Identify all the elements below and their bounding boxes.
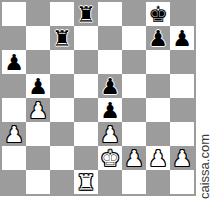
square-a4 bbox=[2, 98, 26, 122]
square-c2 bbox=[50, 146, 74, 170]
white-rook-d1: ♜ bbox=[74, 171, 98, 195]
square-e4: ♟ bbox=[98, 98, 122, 122]
square-c6 bbox=[50, 50, 74, 74]
white-pawn-g2: ♟ bbox=[146, 147, 170, 171]
black-pawn-a6: ♟ bbox=[2, 51, 26, 75]
square-d3 bbox=[74, 122, 98, 146]
white-pawn-b4: ♟ bbox=[26, 99, 50, 123]
square-b1 bbox=[26, 170, 50, 194]
square-g1 bbox=[146, 170, 170, 194]
square-c3 bbox=[50, 122, 74, 146]
square-g8: ♚ bbox=[146, 2, 170, 26]
square-d4 bbox=[74, 98, 98, 122]
square-h1 bbox=[170, 170, 194, 194]
square-f2: ♟ bbox=[122, 146, 146, 170]
square-e6 bbox=[98, 50, 122, 74]
square-a1 bbox=[2, 170, 26, 194]
square-a8 bbox=[2, 2, 26, 26]
square-c8 bbox=[50, 2, 74, 26]
black-pawn-b5: ♟ bbox=[26, 75, 50, 99]
white-pawn-h2: ♟ bbox=[170, 147, 194, 171]
square-h2: ♟ bbox=[170, 146, 194, 170]
white-pawn-a3: ♟ bbox=[2, 123, 26, 147]
square-g7: ♟ bbox=[146, 26, 170, 50]
square-f4 bbox=[122, 98, 146, 122]
square-g2: ♟ bbox=[146, 146, 170, 170]
square-f3 bbox=[122, 122, 146, 146]
square-h6 bbox=[170, 50, 194, 74]
square-d2 bbox=[74, 146, 98, 170]
black-rook-c7: ♜ bbox=[50, 27, 74, 51]
square-f5 bbox=[122, 74, 146, 98]
square-c4 bbox=[50, 98, 74, 122]
square-f6 bbox=[122, 50, 146, 74]
square-h4 bbox=[170, 98, 194, 122]
square-g6 bbox=[146, 50, 170, 74]
square-e2: ♚ bbox=[98, 146, 122, 170]
square-d6 bbox=[74, 50, 98, 74]
square-e7 bbox=[98, 26, 122, 50]
square-g3 bbox=[146, 122, 170, 146]
square-h3 bbox=[170, 122, 194, 146]
square-a5 bbox=[2, 74, 26, 98]
square-c5 bbox=[50, 74, 74, 98]
square-f8 bbox=[122, 2, 146, 26]
square-b8 bbox=[26, 2, 50, 26]
square-b2 bbox=[26, 146, 50, 170]
chess-diagram: ♜♚♜♟♟♟♟♟♟♟♟♟♚♟♟♟♜ caissa.com bbox=[0, 0, 212, 200]
white-king-e2: ♚ bbox=[98, 147, 122, 171]
square-h8 bbox=[170, 2, 194, 26]
black-pawn-h7: ♟ bbox=[170, 27, 194, 51]
square-b6 bbox=[26, 50, 50, 74]
square-e3: ♟ bbox=[98, 122, 122, 146]
black-rook-d8: ♜ bbox=[74, 3, 98, 27]
square-a2 bbox=[2, 146, 26, 170]
chess-board: ♜♚♜♟♟♟♟♟♟♟♟♟♚♟♟♟♜ bbox=[0, 0, 196, 196]
square-b3 bbox=[26, 122, 50, 146]
square-a6: ♟ bbox=[2, 50, 26, 74]
black-pawn-g7: ♟ bbox=[146, 27, 170, 51]
watermark-caissa: caissa.com bbox=[197, 89, 212, 199]
square-c7: ♜ bbox=[50, 26, 74, 50]
black-pawn-e5: ♟ bbox=[98, 75, 122, 99]
square-d5 bbox=[74, 74, 98, 98]
square-b4: ♟ bbox=[26, 98, 50, 122]
square-e8 bbox=[98, 2, 122, 26]
square-g5 bbox=[146, 74, 170, 98]
square-f1 bbox=[122, 170, 146, 194]
square-h5 bbox=[170, 74, 194, 98]
square-d8: ♜ bbox=[74, 2, 98, 26]
square-a7 bbox=[2, 26, 26, 50]
square-f7 bbox=[122, 26, 146, 50]
square-a3: ♟ bbox=[2, 122, 26, 146]
square-d1: ♜ bbox=[74, 170, 98, 194]
white-pawn-f2: ♟ bbox=[122, 147, 146, 171]
square-e5: ♟ bbox=[98, 74, 122, 98]
black-pawn-e4: ♟ bbox=[98, 99, 122, 123]
square-c1 bbox=[50, 170, 74, 194]
square-h7: ♟ bbox=[170, 26, 194, 50]
square-b5: ♟ bbox=[26, 74, 50, 98]
square-g4 bbox=[146, 98, 170, 122]
white-pawn-e3: ♟ bbox=[98, 123, 122, 147]
square-b7 bbox=[26, 26, 50, 50]
square-e1 bbox=[98, 170, 122, 194]
black-king-g8: ♚ bbox=[146, 3, 170, 27]
square-d7 bbox=[74, 26, 98, 50]
